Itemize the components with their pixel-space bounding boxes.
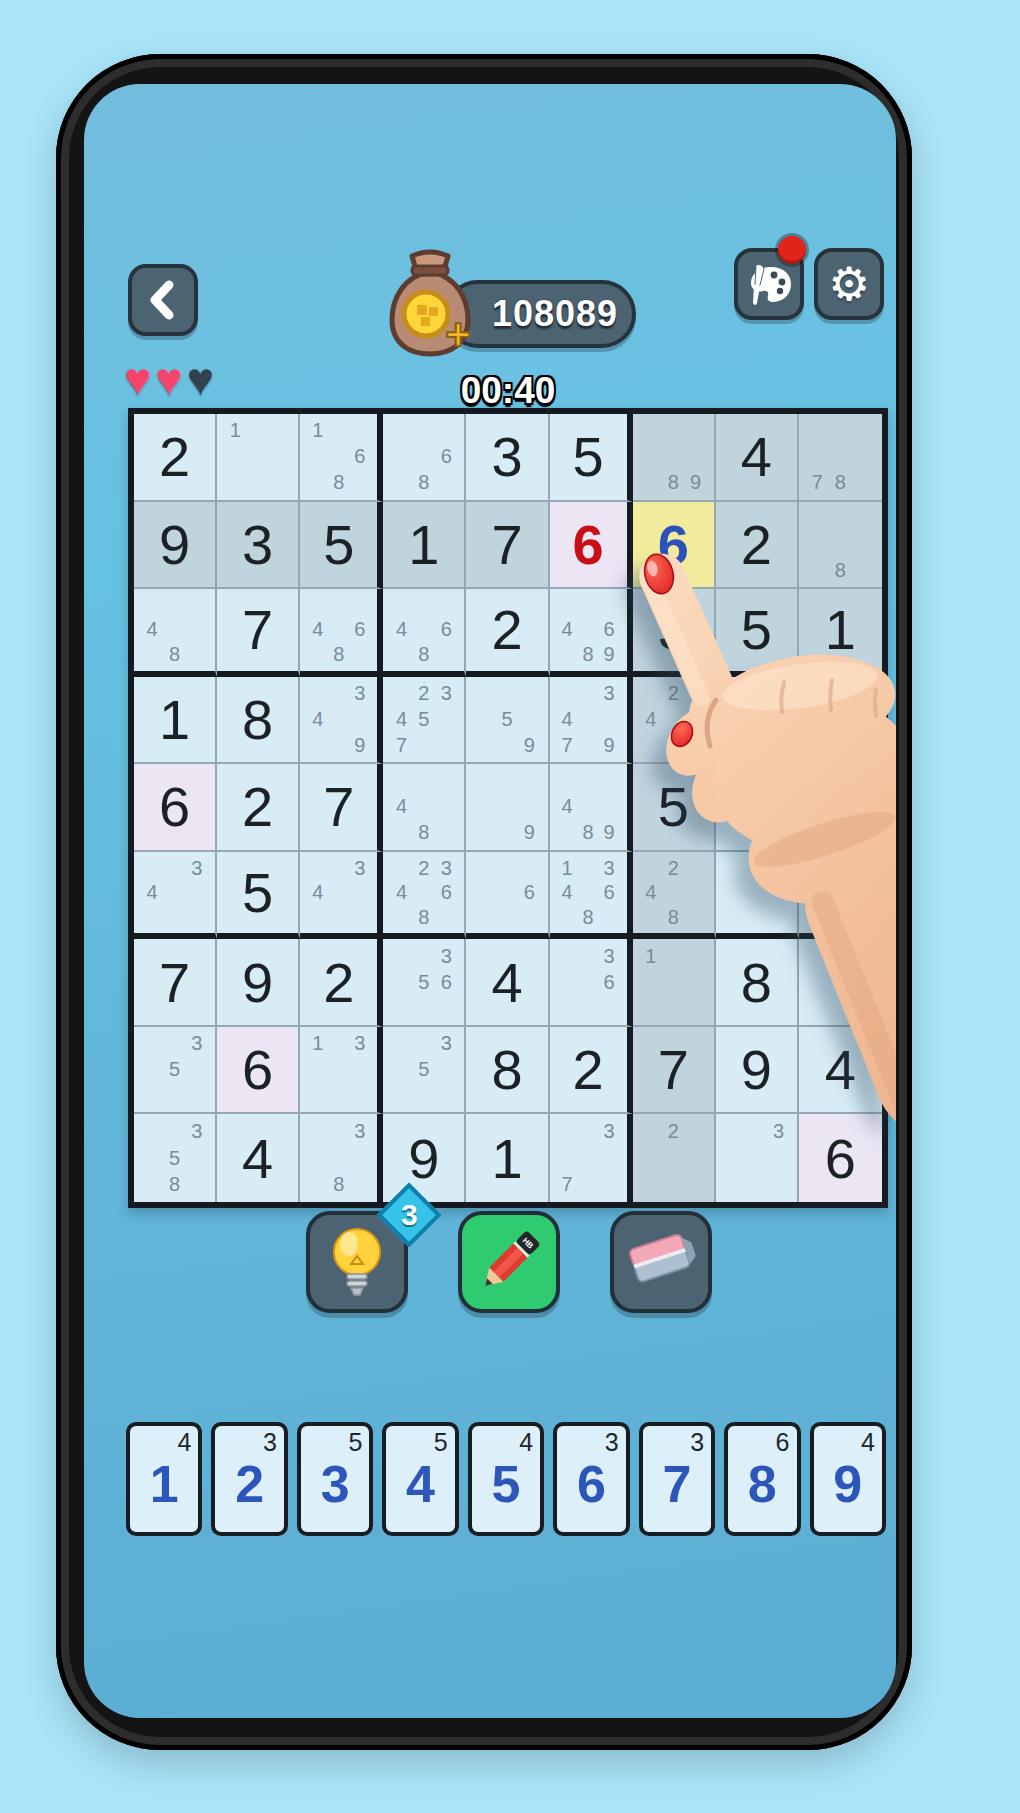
pencil-marks: 1: [224, 418, 291, 496]
cell-value: 4: [217, 1114, 298, 1202]
cell-r6c2[interactable]: 5: [217, 852, 300, 940]
timer: 00:40: [408, 370, 608, 412]
cell-r6c3[interactable]: 34: [300, 852, 383, 940]
cell-r7c9[interactable]: [799, 939, 882, 1027]
pencil-marks: 35: [141, 1031, 208, 1109]
cell-r8c5[interactable]: 8: [466, 1027, 549, 1115]
cell-value: 9: [716, 1027, 797, 1113]
cell-r4c5[interactable]: 59: [466, 677, 549, 765]
numpad-card-4[interactable]: 45: [382, 1422, 458, 1536]
cell-r3c3[interactable]: 468: [300, 589, 383, 677]
cell-r7c3[interactable]: 2: [300, 939, 383, 1027]
cell-r5c5[interactable]: 9: [466, 764, 549, 852]
cell-r6c4[interactable]: 23468: [383, 852, 466, 940]
pencil-marks: 358: [141, 1118, 208, 1198]
pencil-marks: 78: [806, 418, 875, 496]
pencil-marks: 13: [307, 1031, 370, 1109]
cell-value: 3: [633, 589, 714, 671]
cell-r3c9[interactable]: 1: [799, 589, 882, 677]
cell-r8c1[interactable]: 35: [134, 1027, 217, 1115]
pencil-marks: 356: [390, 943, 457, 1021]
cell-r7c4[interactable]: 356: [383, 939, 466, 1027]
cell-r1c2[interactable]: 1: [217, 414, 300, 502]
paint-palette-icon: [744, 259, 794, 309]
cell-value: 6: [217, 1027, 298, 1113]
lives-hearts: ♥♥♥: [124, 352, 218, 406]
pencil-marks: 37: [557, 1118, 620, 1198]
pencil-marks: 35: [390, 1031, 457, 1109]
pencil-marks: 9: [473, 768, 540, 846]
cell-value: 7: [633, 1027, 714, 1113]
cell-r2c6[interactable]: 6: [550, 502, 633, 590]
cell-value: 2: [217, 764, 298, 850]
pencil-marks: 48: [141, 593, 208, 667]
heart-3-lost: ♥: [187, 353, 218, 405]
cell-r1c6[interactable]: 5: [550, 414, 633, 502]
pencil-marks: 24: [640, 681, 707, 759]
cell-r8c4[interactable]: 35: [383, 1027, 466, 1115]
cell-r6c1[interactable]: 34: [134, 852, 217, 940]
pencil-marks: 168: [307, 418, 370, 496]
cell-value: 1: [134, 677, 215, 763]
cell-r4c4[interactable]: 23457: [383, 677, 466, 765]
cell-r2c9[interactable]: 8: [799, 502, 882, 590]
cell-r6c7[interactable]: 248: [633, 852, 716, 940]
cell-r9c3[interactable]: 38: [300, 1114, 383, 1202]
numpad-remaining-count: 3: [263, 1428, 277, 1457]
pencil-marks: 34: [307, 856, 370, 930]
pencil-marks: 13468: [557, 856, 620, 930]
cell-r7c6[interactable]: 36: [550, 939, 633, 1027]
cell-r9c6[interactable]: 37: [550, 1114, 633, 1202]
cell-r4c2[interactable]: 8: [217, 677, 300, 765]
cell-r3c2[interactable]: 7: [217, 589, 300, 677]
cell-r7c5[interactable]: 4: [466, 939, 549, 1027]
pencil-marks: 4689: [557, 593, 620, 667]
cell-value: 2: [134, 414, 215, 500]
cell-value: 8: [217, 677, 298, 763]
cell-r8c6[interactable]: 2: [550, 1027, 633, 1115]
cell-r5c7[interactable]: 5: [633, 764, 716, 852]
cell-r2c4[interactable]: 1: [383, 502, 466, 590]
cell-value: 5: [716, 589, 797, 671]
eraser-icon: [622, 1227, 700, 1297]
cell-value: 7: [466, 502, 547, 588]
numpad-remaining-count: 4: [178, 1428, 192, 1457]
pencil-marks: 89: [640, 418, 707, 496]
cell-value: 7: [300, 764, 377, 850]
cell-value: 2: [716, 502, 797, 588]
pencil-mode-button[interactable]: HB: [458, 1211, 560, 1313]
cell-r2c3[interactable]: 5: [300, 502, 383, 590]
cell-r1c9[interactable]: 78: [799, 414, 882, 502]
cell-value: 1: [466, 1114, 547, 1202]
cell-r5c1[interactable]: 6: [134, 764, 217, 852]
screen: 108089 + ⚙ ♥♥♥: [84, 84, 896, 1718]
cell-r3c1[interactable]: 48: [134, 589, 217, 677]
numpad-card-7[interactable]: 73: [639, 1422, 715, 1536]
cell-value: 6: [799, 1114, 882, 1202]
cell-r7c2[interactable]: 9: [217, 939, 300, 1027]
number-pad: 142335455463738694: [126, 1422, 886, 1536]
numpad-remaining-count: 6: [776, 1428, 790, 1457]
cell-r8c3[interactable]: 13: [300, 1027, 383, 1115]
chevron-left-icon: [140, 277, 186, 323]
cell-r2c7[interactable]: 6: [633, 502, 716, 590]
pencil-marks: 3: [723, 1118, 790, 1198]
cell-value: 5: [217, 852, 298, 934]
cell-value: 9: [217, 939, 298, 1025]
cell-r1c8[interactable]: 4: [716, 414, 799, 502]
pencil-marks: 1: [640, 943, 707, 1021]
cell-value: 9: [383, 1114, 464, 1202]
cell-r9c5[interactable]: 1: [466, 1114, 549, 1202]
pencil-marks: 349: [307, 681, 370, 759]
cell-r3c7[interactable]: 3: [633, 589, 716, 677]
cell-r8c8[interactable]: 9: [716, 1027, 799, 1115]
cell-r2c1[interactable]: 9: [134, 502, 217, 590]
cell-r5c9[interactable]: [799, 764, 882, 852]
cell-value: 5: [300, 502, 377, 588]
cell-value: 2: [466, 589, 547, 671]
settings-button[interactable]: ⚙: [814, 248, 884, 320]
cell-r6c6[interactable]: 13468: [550, 852, 633, 940]
back-button[interactable]: [128, 264, 198, 336]
cell-r6c8[interactable]: [716, 852, 799, 940]
pencil-marks: 468: [390, 593, 457, 667]
numpad-remaining-count: 5: [434, 1428, 448, 1457]
cell-r3c6[interactable]: 4689: [550, 589, 633, 677]
pencil-marks: 68: [390, 418, 457, 496]
cell-r6c5[interactable]: 6: [466, 852, 549, 940]
pencil-marks: 48: [390, 768, 457, 846]
cell-r9c7[interactable]: 2: [633, 1114, 716, 1202]
coin-bag-icon[interactable]: +: [384, 246, 476, 358]
pencil-marks: 248: [640, 856, 707, 930]
numpad-remaining-count: 3: [605, 1428, 619, 1457]
numpad-card-8[interactable]: 86: [724, 1422, 800, 1536]
pencil-marks: 36: [557, 943, 620, 1021]
pencil-marks: 6: [473, 856, 540, 930]
pencil-marks: 3479: [557, 681, 620, 759]
cell-r6c9[interactable]: [799, 852, 882, 940]
cell-value: 2: [550, 1027, 627, 1113]
cell-value: 5: [633, 764, 714, 850]
cell-value: 2: [300, 939, 377, 1025]
cell-value: 4: [799, 1027, 882, 1113]
cell-r8c7[interactable]: 7: [633, 1027, 716, 1115]
svg-text:+: +: [445, 310, 471, 358]
numpad-card-2[interactable]: 23: [211, 1422, 287, 1536]
cell-value: 1: [799, 589, 882, 671]
pencil-marks: 23457: [390, 681, 457, 759]
pencil-marks: 489: [557, 768, 620, 846]
pencil-marks: 2: [640, 1118, 707, 1198]
cell-value: 3: [466, 414, 547, 500]
cell-r5c2[interactable]: 2: [217, 764, 300, 852]
cell-r9c9[interactable]: 6: [799, 1114, 882, 1202]
numpad-remaining-count: 4: [861, 1428, 875, 1457]
numpad-card-1[interactable]: 14: [126, 1422, 202, 1536]
numpad-card-9[interactable]: 94: [810, 1422, 886, 1536]
pencil-marks: 23468: [390, 856, 457, 930]
sudoku-grid: 2116868358947893517662848746846824689351…: [128, 408, 888, 1208]
light-bulb-icon: [325, 1226, 389, 1298]
cell-r8c9[interactable]: 4: [799, 1027, 882, 1115]
cell-r1c5[interactable]: 3: [466, 414, 549, 502]
cell-r5c8[interactable]: [716, 764, 799, 852]
pencil-marks: 2: [806, 681, 875, 759]
cell-r3c5[interactable]: 2: [466, 589, 549, 677]
cell-value: 6: [134, 764, 215, 850]
heart-1-full: ♥: [124, 353, 155, 405]
cell-r9c1[interactable]: 358: [134, 1114, 217, 1202]
cell-value: 4: [716, 414, 797, 500]
cell-r4c7[interactable]: 24: [633, 677, 716, 765]
cell-r4c6[interactable]: 3479: [550, 677, 633, 765]
cell-value: 6: [633, 502, 714, 588]
cell-r5c4[interactable]: 48: [383, 764, 466, 852]
pencil-icon: HB: [472, 1225, 546, 1299]
cell-value: 7: [134, 939, 215, 1025]
cell-value: 4: [466, 939, 547, 1025]
cell-r2c2[interactable]: 3: [217, 502, 300, 590]
cell-value: 8: [716, 939, 797, 1025]
eraser-button[interactable]: [610, 1211, 712, 1313]
cell-r4c9[interactable]: 2: [799, 677, 882, 765]
notification-dot: [778, 236, 806, 264]
numpad-remaining-count: 3: [690, 1428, 704, 1457]
pencil-marks: 34: [141, 856, 208, 930]
cell-value: 6: [550, 502, 627, 588]
cell-value: 5: [550, 414, 627, 500]
cell-r4c8[interactable]: [716, 677, 799, 765]
cell-r5c3[interactable]: 7: [300, 764, 383, 852]
pencil-marks: 59: [473, 681, 540, 759]
cell-value: 8: [466, 1027, 547, 1113]
numpad-card-5[interactable]: 54: [468, 1422, 544, 1536]
cell-value: 9: [134, 502, 215, 588]
coin-count: 108089: [462, 293, 618, 335]
gear-icon: ⚙: [828, 261, 869, 307]
cell-value: 7: [217, 589, 298, 671]
pencil-marks: 38: [307, 1118, 370, 1198]
cell-r7c1[interactable]: 7: [134, 939, 217, 1027]
pencil-marks: 468: [307, 593, 370, 667]
page: 108089 + ⚙ ♥♥♥: [0, 0, 1020, 1813]
numpad-card-6[interactable]: 63: [553, 1422, 629, 1536]
cell-r2c8[interactable]: 2: [716, 502, 799, 590]
cell-r1c1[interactable]: 2: [134, 414, 217, 502]
cell-r9c4[interactable]: 9: [383, 1114, 466, 1202]
cell-r2c5[interactable]: 7: [466, 502, 549, 590]
numpad-card-3[interactable]: 35: [297, 1422, 373, 1536]
heart-2-full: ♥: [155, 353, 186, 405]
cell-r9c8[interactable]: 3: [716, 1114, 799, 1202]
cell-r9c2[interactable]: 4: [217, 1114, 300, 1202]
cell-r7c7[interactable]: 1: [633, 939, 716, 1027]
cell-r1c4[interactable]: 68: [383, 414, 466, 502]
cell-value: 1: [383, 502, 464, 588]
cell-value: 3: [217, 502, 298, 588]
cell-r4c1[interactable]: 1: [134, 677, 217, 765]
pencil-marks: 8: [806, 506, 875, 584]
cell-r8c2[interactable]: 6: [217, 1027, 300, 1115]
cell-r3c4[interactable]: 468: [383, 589, 466, 677]
numpad-remaining-count: 5: [348, 1428, 362, 1457]
cell-r1c7[interactable]: 89: [633, 414, 716, 502]
cell-r1c3[interactable]: 168: [300, 414, 383, 502]
numpad-remaining-count: 4: [519, 1428, 533, 1457]
cell-r4c3[interactable]: 349: [300, 677, 383, 765]
cell-r3c8[interactable]: 5: [716, 589, 799, 677]
cell-r7c8[interactable]: 8: [716, 939, 799, 1027]
cell-r5c6[interactable]: 489: [550, 764, 633, 852]
